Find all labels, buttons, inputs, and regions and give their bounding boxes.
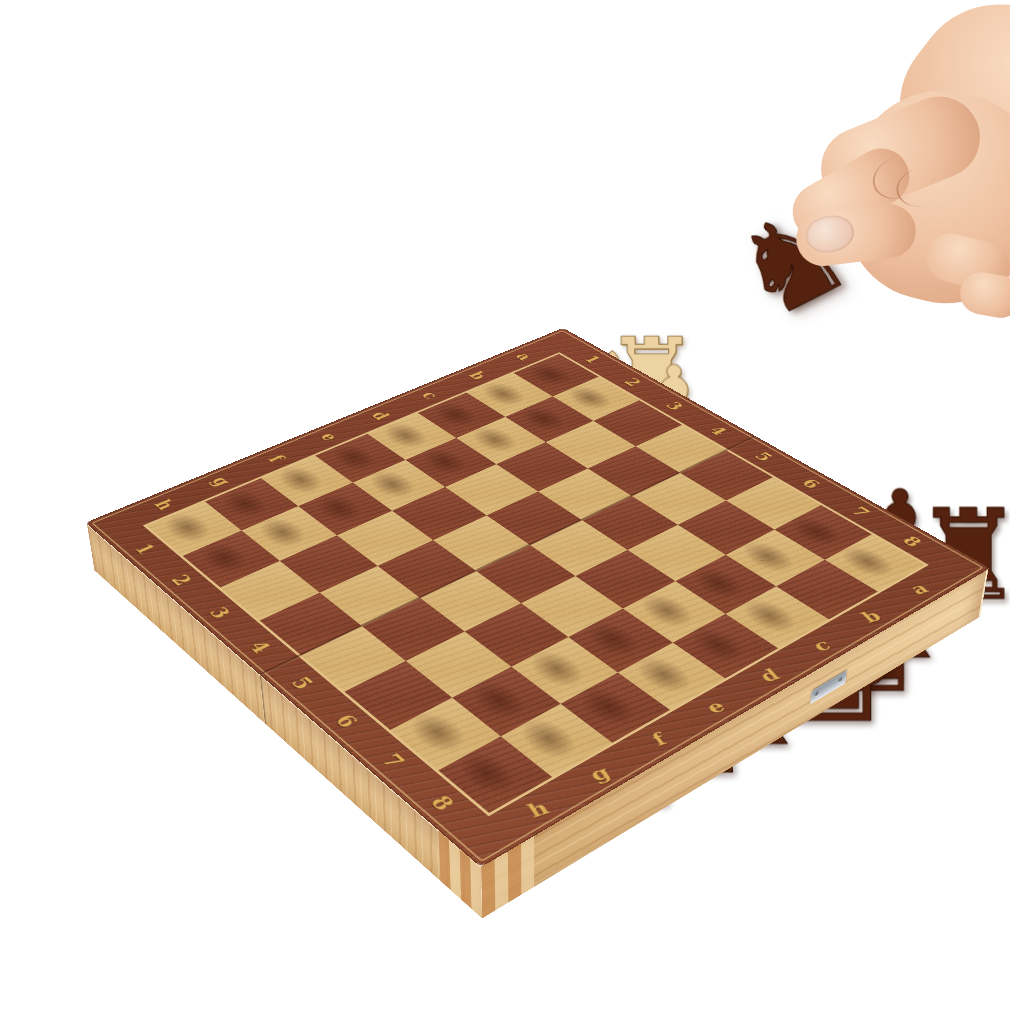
hand-placing-piece: ♞ xyxy=(0,0,1010,1010)
